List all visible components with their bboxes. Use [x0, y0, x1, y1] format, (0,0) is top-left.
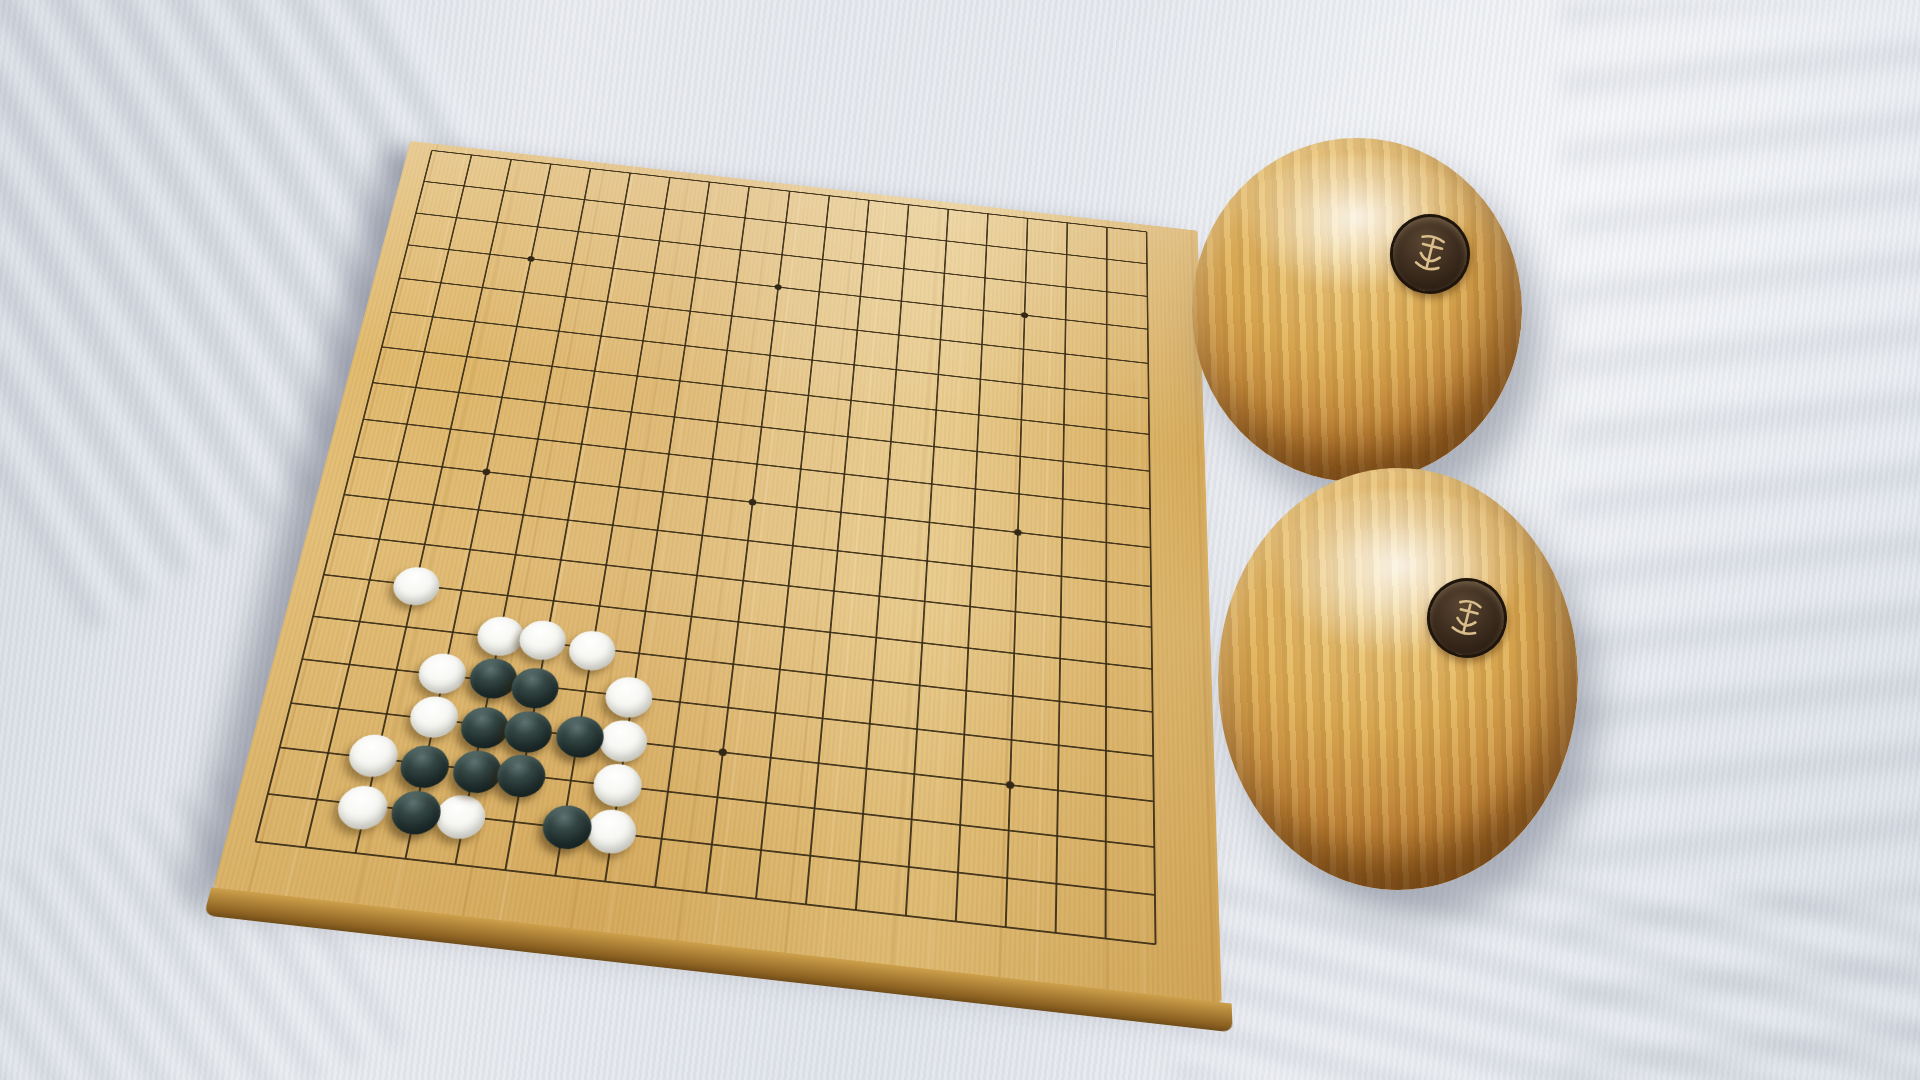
- white-stone: [432, 793, 489, 842]
- star-point-10-16: [774, 284, 782, 290]
- white-stone: [603, 675, 655, 720]
- black-stone: [494, 753, 549, 800]
- white-stone: [566, 629, 618, 673]
- black-stone: [501, 708, 555, 754]
- grid-line-col-19: [1146, 232, 1157, 945]
- black-stone: [540, 803, 595, 852]
- go-board: [213, 141, 1221, 1002]
- white-stone: [334, 783, 392, 831]
- board-grid: [256, 150, 1156, 944]
- white-stone: [591, 762, 645, 809]
- black-stone: [387, 789, 444, 838]
- white-stone: [407, 694, 462, 740]
- white-stone: [517, 618, 570, 662]
- star-point-10-10: [748, 498, 757, 505]
- white-stone: [390, 565, 443, 608]
- grid-line-col-1: [255, 150, 433, 842]
- star-point-16-4: [1006, 780, 1015, 789]
- bowl-label-sticker: [1382, 205, 1479, 302]
- star-point-10-4: [718, 748, 727, 757]
- star-point-4-10: [482, 468, 491, 475]
- fabric-fold-bottom-right: [1175, 860, 1920, 1080]
- go-stone-bowl-upper: [1192, 138, 1522, 482]
- white-stone: [415, 651, 470, 696]
- calligraphy-glyph-icon: [1439, 590, 1495, 646]
- go-stone-bowl-lower: [1218, 468, 1578, 890]
- calligraphy-glyph-icon: [1402, 226, 1458, 282]
- grid-line-col-18: [1105, 227, 1108, 938]
- grid-line-col-10: [705, 191, 790, 893]
- white-stone: [585, 807, 640, 856]
- white-stone: [597, 718, 650, 764]
- fabric-fold-right: [1560, 0, 1920, 1080]
- star-point-16-16: [1021, 312, 1028, 318]
- black-stone: [553, 714, 607, 760]
- go-game-photo-scene: [0, 0, 1920, 1080]
- bowl-label-sticker: [1418, 569, 1515, 666]
- black-stone: [396, 743, 452, 790]
- star-point-16-10: [1014, 528, 1022, 535]
- white-stone: [345, 732, 402, 779]
- grid-line-col-9: [655, 187, 751, 888]
- star-point-4-16: [527, 256, 535, 262]
